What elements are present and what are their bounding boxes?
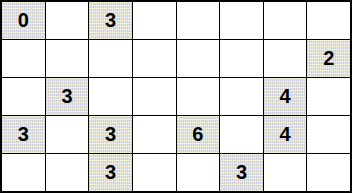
cell-r2c1: 3	[46, 78, 89, 115]
cell-r1c2[interactable]	[89, 40, 132, 77]
clue-number: 4	[280, 124, 291, 144]
cell-r4c0[interactable]	[2, 154, 45, 191]
cell-r4c4[interactable]	[177, 154, 220, 191]
cell-r1c6[interactable]	[264, 40, 307, 77]
clue-number: 3	[236, 162, 247, 182]
cell-r3c3[interactable]	[133, 116, 176, 153]
clue-number: 3	[105, 124, 116, 144]
clue-number: 3	[105, 10, 116, 30]
cell-r1c3[interactable]	[133, 40, 176, 77]
cell-r3c0: 3	[2, 116, 45, 153]
cell-r0c7[interactable]	[307, 2, 350, 39]
cell-r2c3[interactable]	[133, 78, 176, 115]
cell-r3c1[interactable]	[46, 116, 89, 153]
cell-r2c0[interactable]	[2, 78, 45, 115]
cell-r1c4[interactable]	[177, 40, 220, 77]
cell-r0c4[interactable]	[177, 2, 220, 39]
clue-number: 3	[61, 86, 72, 106]
clue-number: 3	[18, 124, 29, 144]
minesweeper-board: 03234336433	[0, 0, 352, 193]
clue-number: 4	[280, 86, 291, 106]
clue-number: 6	[192, 124, 203, 144]
cell-r2c5[interactable]	[220, 78, 263, 115]
cell-r3c4: 6	[177, 116, 220, 153]
cell-r1c7: 2	[307, 40, 350, 77]
cell-r4c1[interactable]	[46, 154, 89, 191]
clue-number: 0	[18, 10, 29, 30]
cell-r0c6[interactable]	[264, 2, 307, 39]
cell-r3c7[interactable]	[307, 116, 350, 153]
cell-r0c0: 0	[2, 2, 45, 39]
cell-r1c0[interactable]	[2, 40, 45, 77]
clue-number: 2	[323, 48, 334, 68]
cell-r0c3[interactable]	[133, 2, 176, 39]
cell-r1c1[interactable]	[46, 40, 89, 77]
cell-r4c2: 3	[89, 154, 132, 191]
cell-r3c6: 4	[264, 116, 307, 153]
cell-r0c2: 3	[89, 2, 132, 39]
cell-r1c5[interactable]	[220, 40, 263, 77]
cell-r0c1[interactable]	[46, 2, 89, 39]
cell-r0c5[interactable]	[220, 2, 263, 39]
cell-r2c4[interactable]	[177, 78, 220, 115]
cell-r2c2[interactable]	[89, 78, 132, 115]
cell-r4c3[interactable]	[133, 154, 176, 191]
clue-number: 3	[105, 162, 116, 182]
cell-r4c6[interactable]	[264, 154, 307, 191]
cell-r3c5[interactable]	[220, 116, 263, 153]
cell-r2c6: 4	[264, 78, 307, 115]
cell-r2c7[interactable]	[307, 78, 350, 115]
cell-r4c5: 3	[220, 154, 263, 191]
cell-r3c2: 3	[89, 116, 132, 153]
cell-r4c7[interactable]	[307, 154, 350, 191]
